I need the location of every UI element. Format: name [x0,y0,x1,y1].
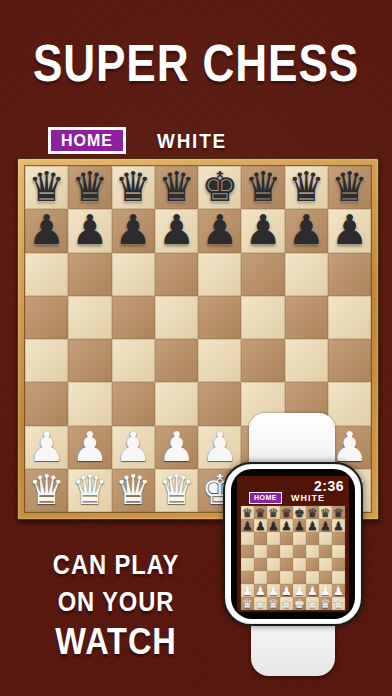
square-d6 [280,532,293,545]
piece-black-queen: ♛ [28,167,65,208]
square-d2: ♟ [280,584,293,597]
piece-black-queen: ♛ [72,167,109,208]
square-d5 [280,545,293,558]
square-a1: ♛ [241,597,254,610]
square-g3 [319,571,332,584]
piece-black-pawn: ♟ [288,210,325,251]
piece-white-queen: ♛ [115,470,152,511]
square-h8: ♛ [332,506,345,519]
square-c6[interactable] [112,253,155,296]
square-a7: ♟ [241,519,254,532]
piece-black-pawn: ♟ [307,520,318,532]
square-g5[interactable] [285,296,328,339]
square-d3[interactable] [155,382,198,425]
square-d2[interactable]: ♟ [155,426,198,469]
square-d8[interactable]: ♛ [155,166,198,209]
piece-black-pawn: ♟ [333,520,344,532]
square-d7[interactable]: ♟ [155,209,198,252]
piece-black-pawn: ♟ [255,520,266,532]
square-c8[interactable]: ♛ [112,166,155,209]
square-a8: ♛ [241,506,254,519]
home-button-label: HOME [61,132,113,150]
square-c7[interactable]: ♟ [112,209,155,252]
square-f6[interactable] [241,253,284,296]
piece-black-pawn: ♟ [281,520,292,532]
square-c1[interactable]: ♛ [112,469,155,512]
square-f7: ♟ [306,519,319,532]
square-e2: ♟ [293,584,306,597]
square-h4 [332,558,345,571]
square-b3 [254,571,267,584]
square-e7: ♟ [293,519,306,532]
square-h8[interactable]: ♛ [328,166,371,209]
piece-white-pawn: ♟ [201,427,238,468]
piece-white-queen: ♛ [158,470,195,511]
piece-white-queen: ♛ [333,598,344,610]
watch-header: HOME WHITE [249,492,325,504]
piece-black-pawn: ♟ [72,210,109,251]
square-h7[interactable]: ♟ [328,209,371,252]
square-f4[interactable] [241,339,284,382]
square-d3 [280,571,293,584]
square-h2: ♟ [332,584,345,597]
piece-black-queen: ♛ [255,507,266,519]
piece-black-queen: ♛ [158,167,195,208]
square-b5[interactable] [68,296,111,339]
square-c4 [267,558,280,571]
piece-black-queen: ♛ [268,507,279,519]
piece-white-pawn: ♟ [307,585,318,597]
square-a5 [241,545,254,558]
piece-black-queen: ♛ [245,167,282,208]
square-d4 [280,558,293,571]
piece-black-queen: ♛ [331,167,368,208]
piece-white-pawn: ♟ [294,585,305,597]
square-b8: ♛ [254,506,267,519]
square-c1: ♛ [267,597,280,610]
piece-white-pawn: ♟ [242,585,253,597]
square-a3[interactable] [25,382,68,425]
square-a2[interactable]: ♟ [25,426,68,469]
watch-strap-bottom [251,624,335,676]
square-b4 [254,558,267,571]
square-e6[interactable] [198,253,241,296]
piece-white-queen: ♛ [307,598,318,610]
square-h6 [332,532,345,545]
watch-bezel: 2:36 HOME WHITE ♛♛♛♛♚♛♛♛♟♟♟♟♟♟♟♟♟♟♟♟♟♟♟♟… [231,469,355,619]
piece-white-pawn: ♟ [281,585,292,597]
square-g2: ♟ [319,584,332,597]
page-title: SUPER CHESS [29,33,362,93]
square-b7: ♟ [254,519,267,532]
square-a7[interactable]: ♟ [25,209,68,252]
square-h5[interactable] [328,296,371,339]
square-f5[interactable] [241,296,284,339]
square-h6[interactable] [328,253,371,296]
square-h4[interactable] [328,339,371,382]
square-e3[interactable] [198,382,241,425]
square-b2: ♟ [254,584,267,597]
square-g6 [319,532,332,545]
square-f6 [306,532,319,545]
square-c3[interactable] [112,382,155,425]
square-g6[interactable] [285,253,328,296]
piece-white-pawn: ♟ [255,585,266,597]
piece-white-queen: ♛ [72,470,109,511]
square-h1: ♛ [332,597,345,610]
square-g4[interactable] [285,339,328,382]
piece-white-pawn: ♟ [28,427,65,468]
square-e3 [293,571,306,584]
piece-black-pawn: ♟ [268,520,279,532]
square-f5 [306,545,319,558]
square-g7[interactable]: ♟ [285,209,328,252]
square-e4[interactable] [198,339,241,382]
square-d8: ♛ [280,506,293,519]
piece-black-pawn: ♟ [294,520,305,532]
piece-black-queen: ♛ [307,507,318,519]
square-g1: ♛ [319,597,332,610]
turn-indicator: WHITE [157,129,227,153]
piece-black-pawn: ♟ [331,210,368,251]
square-e7[interactable]: ♟ [198,209,241,252]
piece-black-queen: ♛ [320,507,331,519]
piece-black-king: ♚ [294,507,305,519]
piece-black-pawn: ♟ [242,520,253,532]
square-b6[interactable] [68,253,111,296]
piece-white-queen: ♛ [255,598,266,610]
piece-white-pawn: ♟ [115,427,152,468]
square-c8: ♛ [267,506,280,519]
square-d5[interactable] [155,296,198,339]
piece-white-pawn: ♟ [72,427,109,468]
square-a4 [241,558,254,571]
piece-black-pawn: ♟ [28,210,65,251]
square-d7: ♟ [280,519,293,532]
footer-caption: CAN PLAY ON YOUR WATCH [0,547,232,663]
square-c2[interactable]: ♟ [112,426,155,469]
square-b7[interactable]: ♟ [68,209,111,252]
square-a5[interactable] [25,296,68,339]
piece-white-king: ♚ [294,598,305,610]
piece-white-pawn: ♟ [268,585,279,597]
piece-black-queen: ♛ [242,507,253,519]
piece-black-pawn: ♟ [158,210,195,251]
square-e5[interactable] [198,296,241,339]
watch-home-button: HOME [249,492,282,504]
piece-black-pawn: ♟ [320,520,331,532]
square-c3 [267,571,280,584]
piece-white-queen: ♛ [320,598,331,610]
square-a4[interactable] [25,339,68,382]
square-g8: ♛ [319,506,332,519]
piece-white-queen: ♛ [268,598,279,610]
square-b8[interactable]: ♛ [68,166,111,209]
square-d4[interactable] [155,339,198,382]
square-b5 [254,545,267,558]
square-a8[interactable]: ♛ [25,166,68,209]
square-e8[interactable]: ♚ [198,166,241,209]
watch-screen: 2:36 HOME WHITE ♛♛♛♛♚♛♛♛♟♟♟♟♟♟♟♟♟♟♟♟♟♟♟♟… [237,476,349,612]
square-c2: ♟ [267,584,280,597]
square-b6 [254,532,267,545]
watch-strap-top [249,413,335,465]
square-f4 [306,558,319,571]
square-c7: ♟ [267,519,280,532]
square-e1: ♚ [293,597,306,610]
square-g4 [319,558,332,571]
square-f7[interactable]: ♟ [241,209,284,252]
piece-white-queen: ♛ [28,470,65,511]
piece-white-queen: ♛ [281,598,292,610]
square-g5 [319,545,332,558]
square-e8: ♚ [293,506,306,519]
square-b1[interactable]: ♛ [68,469,111,512]
home-button[interactable]: HOME [48,127,126,154]
square-b1: ♛ [254,597,267,610]
square-a6[interactable] [25,253,68,296]
square-e2[interactable]: ♟ [198,426,241,469]
square-c6 [267,532,280,545]
piece-white-pawn: ♟ [320,585,331,597]
square-d1: ♛ [280,597,293,610]
square-g8[interactable]: ♛ [285,166,328,209]
square-d6[interactable] [155,253,198,296]
square-f1: ♛ [306,597,319,610]
watch-chess-board: ♛♛♛♛♚♛♛♛♟♟♟♟♟♟♟♟♟♟♟♟♟♟♟♟♛♛♛♛♚♛♛♛ [240,505,346,611]
square-h3[interactable] [328,382,371,425]
square-f8: ♛ [306,506,319,519]
square-h7: ♟ [332,519,345,532]
piece-white-pawn: ♟ [333,585,344,597]
piece-black-king: ♚ [201,167,238,208]
piece-black-pawn: ♟ [245,210,282,251]
square-e5 [293,545,306,558]
square-b3[interactable] [68,382,111,425]
square-f3 [306,571,319,584]
square-a2: ♟ [241,584,254,597]
piece-white-queen: ♛ [242,598,253,610]
square-e6 [293,532,306,545]
square-h5 [332,545,345,558]
watch-case: 2:36 HOME WHITE ♛♛♛♛♚♛♛♛♟♟♟♟♟♟♟♟♟♟♟♟♟♟♟♟… [223,462,363,626]
piece-black-queen: ♛ [115,167,152,208]
square-f8[interactable]: ♛ [241,166,284,209]
square-e4 [293,558,306,571]
square-c5[interactable] [112,296,155,339]
square-g7: ♟ [319,519,332,532]
square-b4[interactable] [68,339,111,382]
square-h3 [332,571,345,584]
piece-black-queen: ♛ [288,167,325,208]
footer-line-1: CAN PLAY [14,547,218,584]
piece-black-pawn: ♟ [201,210,238,251]
square-f2: ♟ [306,584,319,597]
square-a1[interactable]: ♛ [25,469,68,512]
square-d1[interactable]: ♛ [155,469,198,512]
square-a3 [241,571,254,584]
footer-line-2: ON YOUR [14,584,218,621]
piece-white-pawn: ♟ [158,427,195,468]
square-a6 [241,532,254,545]
square-c4[interactable] [112,339,155,382]
square-c5 [267,545,280,558]
piece-black-queen: ♛ [281,507,292,519]
piece-black-queen: ♛ [333,507,344,519]
square-b2[interactable]: ♟ [68,426,111,469]
watch-turn-indicator: WHITE [291,493,325,503]
piece-black-pawn: ♟ [115,210,152,251]
footer-line-3: WATCH [14,621,218,663]
